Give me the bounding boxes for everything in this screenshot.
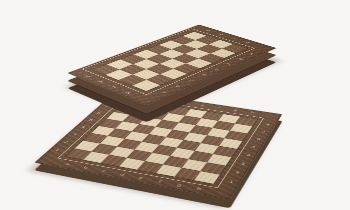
product-photo-scene: abcdefghabcdefgh8765432187654321 abcdefg… xyxy=(0,0,350,210)
coord-label: e xyxy=(192,101,213,109)
square-a2 xyxy=(75,141,100,152)
square-d8 xyxy=(173,63,200,73)
square-f2 xyxy=(163,156,188,168)
square-b6 xyxy=(119,64,146,74)
square-b7 xyxy=(133,69,160,80)
square-b3 xyxy=(100,136,125,147)
square-a6 xyxy=(105,69,132,80)
coord-label: 6 xyxy=(88,109,109,118)
square-a7 xyxy=(119,75,147,86)
square-h1 xyxy=(194,171,220,184)
square-h5 xyxy=(219,138,242,149)
square-e3 xyxy=(152,145,177,156)
square-d7 xyxy=(160,59,186,69)
square-d2 xyxy=(127,150,152,161)
square-g2 xyxy=(182,159,207,171)
coord-label: 3 xyxy=(63,130,86,140)
square-c1 xyxy=(101,155,127,167)
square-g3 xyxy=(188,151,213,163)
square-b2 xyxy=(92,144,117,155)
square-a1 xyxy=(66,148,92,159)
square-b5 xyxy=(107,59,134,69)
square-f4 xyxy=(177,140,201,151)
square-c7 xyxy=(146,64,173,74)
square-c6 xyxy=(133,59,159,69)
coord-label: g xyxy=(225,106,246,114)
square-d3 xyxy=(135,142,160,153)
square-a5 xyxy=(92,65,119,75)
square-h2 xyxy=(201,162,226,174)
square-e2 xyxy=(145,153,170,165)
square-a8 xyxy=(132,80,160,91)
coord-label: h xyxy=(242,109,263,117)
square-c8 xyxy=(160,69,187,80)
coord-label: 2 xyxy=(55,137,78,147)
square-g1 xyxy=(175,168,201,181)
coord-label: f xyxy=(209,104,230,112)
square-d1 xyxy=(119,158,145,170)
square-b1 xyxy=(83,151,109,163)
square-g4 xyxy=(195,143,219,154)
square-c3 xyxy=(117,139,142,150)
folded-board-inlay-pinstripe xyxy=(82,28,256,94)
square-f1 xyxy=(156,164,182,176)
square-e1 xyxy=(137,161,163,173)
square-b8 xyxy=(146,74,174,85)
square-g5 xyxy=(201,135,225,146)
square-f5 xyxy=(183,132,207,142)
square-e4 xyxy=(159,137,183,148)
square-a3 xyxy=(83,133,108,144)
coord-label: 1 xyxy=(45,145,69,156)
square-h4 xyxy=(213,146,237,157)
square-c2 xyxy=(109,147,134,158)
folded-board: abcdefgh56785678 xyxy=(67,24,277,105)
square-h6 xyxy=(225,131,248,141)
square-h3 xyxy=(207,154,232,166)
square-f3 xyxy=(170,148,195,159)
